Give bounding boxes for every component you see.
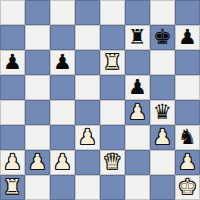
square-a4[interactable] <box>0 100 25 125</box>
square-g4[interactable]: ♛ <box>150 100 175 125</box>
square-h3[interactable]: ♞ <box>175 125 200 150</box>
square-d7[interactable] <box>75 25 100 50</box>
square-e2[interactable]: ♛ <box>100 150 125 175</box>
white-pawn[interactable]: ♟ <box>128 100 147 125</box>
white-queen[interactable]: ♛ <box>103 150 122 175</box>
black-king[interactable]: ♚ <box>153 25 172 50</box>
white-pawn[interactable]: ♟ <box>78 125 97 150</box>
square-f4[interactable]: ♟ <box>125 100 150 125</box>
square-b6[interactable] <box>25 50 50 75</box>
white-pawn[interactable]: ♟ <box>28 150 47 175</box>
square-g2[interactable] <box>150 150 175 175</box>
square-c1[interactable] <box>50 175 75 200</box>
square-b4[interactable] <box>25 100 50 125</box>
square-f8[interactable] <box>125 0 150 25</box>
square-c3[interactable] <box>50 125 75 150</box>
square-e6[interactable]: ♜ <box>100 50 125 75</box>
square-g7[interactable]: ♚ <box>150 25 175 50</box>
white-pawn[interactable]: ♟ <box>3 150 22 175</box>
black-pawn[interactable]: ♟ <box>178 25 197 50</box>
square-h1[interactable]: ♚ <box>175 175 200 200</box>
white-pawn[interactable]: ♟ <box>53 150 72 175</box>
square-e1[interactable] <box>100 175 125 200</box>
square-b1[interactable] <box>25 175 50 200</box>
square-c7[interactable] <box>50 25 75 50</box>
square-d1[interactable] <box>75 175 100 200</box>
square-g8[interactable] <box>150 0 175 25</box>
square-h4[interactable] <box>175 100 200 125</box>
square-h5[interactable] <box>175 75 200 100</box>
square-e3[interactable] <box>100 125 125 150</box>
square-a2[interactable]: ♟ <box>0 150 25 175</box>
square-f2[interactable] <box>125 150 150 175</box>
square-g1[interactable] <box>150 175 175 200</box>
black-pawn[interactable]: ♟ <box>128 75 147 100</box>
square-f1[interactable] <box>125 175 150 200</box>
square-a1[interactable]: ♜ <box>0 175 25 200</box>
white-king[interactable]: ♚ <box>178 175 197 200</box>
square-b3[interactable] <box>25 125 50 150</box>
square-b8[interactable] <box>25 0 50 25</box>
square-d2[interactable] <box>75 150 100 175</box>
square-g6[interactable] <box>150 50 175 75</box>
square-h7[interactable]: ♟ <box>175 25 200 50</box>
square-c8[interactable] <box>50 0 75 25</box>
black-queen[interactable]: ♛ <box>153 100 172 125</box>
square-f7[interactable]: ♜ <box>125 25 150 50</box>
square-a8[interactable] <box>0 0 25 25</box>
square-g5[interactable] <box>150 75 175 100</box>
square-h8[interactable] <box>175 0 200 25</box>
square-d4[interactable] <box>75 100 100 125</box>
square-d3[interactable]: ♟ <box>75 125 100 150</box>
square-c5[interactable] <box>50 75 75 100</box>
square-c4[interactable] <box>50 100 75 125</box>
black-pawn[interactable]: ♟ <box>53 50 72 75</box>
white-pawn[interactable]: ♟ <box>178 150 197 175</box>
white-rook[interactable]: ♜ <box>3 175 22 200</box>
square-f3[interactable] <box>125 125 150 150</box>
square-e7[interactable] <box>100 25 125 50</box>
square-c6[interactable]: ♟ <box>50 50 75 75</box>
black-knight[interactable]: ♞ <box>178 125 197 150</box>
black-pawn[interactable]: ♟ <box>3 50 22 75</box>
square-a3[interactable] <box>0 125 25 150</box>
square-c2[interactable]: ♟ <box>50 150 75 175</box>
square-a5[interactable] <box>0 75 25 100</box>
square-b5[interactable] <box>25 75 50 100</box>
square-b7[interactable] <box>25 25 50 50</box>
square-e8[interactable] <box>100 0 125 25</box>
square-g3[interactable]: ♟ <box>150 125 175 150</box>
black-rook[interactable]: ♜ <box>128 25 147 50</box>
square-f6[interactable] <box>125 50 150 75</box>
square-h6[interactable] <box>175 50 200 75</box>
square-a7[interactable] <box>0 25 25 50</box>
square-d6[interactable] <box>75 50 100 75</box>
chess-board: ♜♚♟♟♟♜♟♟♛♟♟♞♟♟♟♛♟♜♚ <box>0 0 200 200</box>
white-pawn[interactable]: ♟ <box>153 125 172 150</box>
square-e5[interactable] <box>100 75 125 100</box>
white-rook[interactable]: ♜ <box>103 50 122 75</box>
square-d8[interactable] <box>75 0 100 25</box>
square-a6[interactable]: ♟ <box>0 50 25 75</box>
square-d5[interactable] <box>75 75 100 100</box>
square-b2[interactable]: ♟ <box>25 150 50 175</box>
square-f5[interactable]: ♟ <box>125 75 150 100</box>
square-e4[interactable] <box>100 100 125 125</box>
square-h2[interactable]: ♟ <box>175 150 200 175</box>
